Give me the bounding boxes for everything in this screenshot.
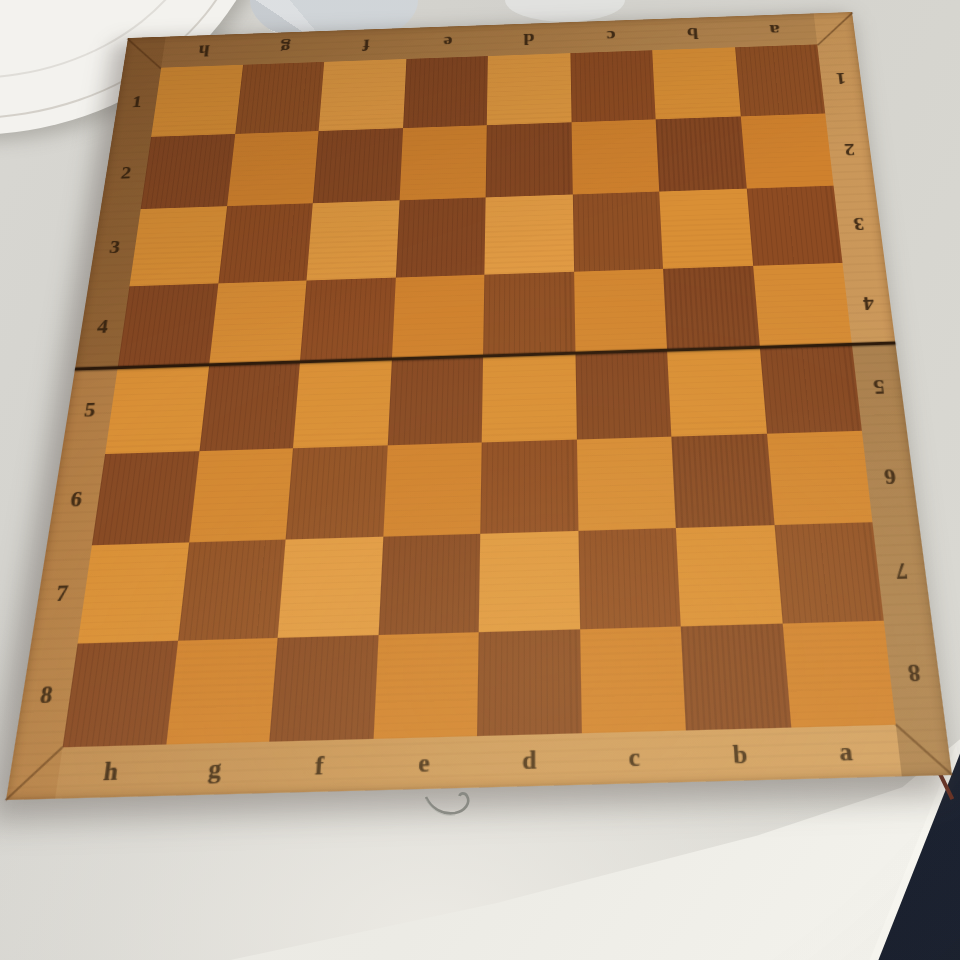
- square-c1: [570, 50, 656, 122]
- square-b4: [663, 265, 759, 349]
- square-a6: [766, 430, 872, 525]
- square-e3: [395, 197, 485, 277]
- square-f4: [300, 277, 395, 361]
- square-a5: [759, 344, 861, 433]
- square-h5: [105, 364, 209, 453]
- square-b5: [667, 347, 766, 436]
- square-f1: [319, 59, 406, 131]
- file-label-bottom-a: a: [791, 725, 902, 779]
- square-d4: [483, 271, 575, 355]
- square-f3: [307, 200, 400, 280]
- square-b3: [659, 189, 752, 269]
- square-h6: [92, 451, 199, 546]
- square-e5: [387, 356, 483, 445]
- square-d1: [487, 53, 571, 125]
- square-e8: [373, 632, 479, 739]
- square-h8: [63, 640, 178, 747]
- file-label-top-c: c: [569, 19, 652, 53]
- board-squares-grid: [63, 44, 896, 747]
- square-f5: [293, 359, 391, 448]
- square-h2: [141, 134, 235, 210]
- square-g1: [235, 62, 324, 134]
- square-b1: [652, 47, 740, 119]
- square-c6: [576, 436, 675, 531]
- miter-joint-bottom-left: [5, 746, 63, 800]
- square-c8: [580, 626, 686, 733]
- miter-joint-top-left: [127, 38, 162, 69]
- file-label-top-d: d: [488, 22, 570, 56]
- square-a2: [740, 113, 833, 189]
- square-h1: [151, 65, 242, 137]
- square-g2: [227, 131, 319, 207]
- file-label-top-h: h: [161, 34, 246, 68]
- square-h7: [78, 542, 189, 643]
- clasp-hook-icon: [424, 790, 478, 822]
- miter-joint-bottom-right: [895, 723, 953, 775]
- scene: hgfedcba hgfedcba 12345678 12345678: [0, 0, 960, 960]
- square-g5: [199, 361, 300, 450]
- square-c3: [572, 192, 663, 272]
- square-f2: [313, 128, 403, 204]
- file-label-bottom-h: h: [55, 745, 166, 799]
- file-label-bottom-f: f: [265, 739, 373, 793]
- square-g6: [189, 448, 293, 543]
- chessboard: hgfedcba hgfedcba 12345678 12345678: [6, 12, 952, 800]
- square-b6: [671, 433, 774, 528]
- file-label-bottom-c: c: [581, 730, 688, 784]
- square-d5: [482, 353, 577, 442]
- square-g7: [178, 540, 286, 641]
- file-label-top-f: f: [324, 28, 407, 62]
- square-a8: [782, 620, 896, 727]
- square-a3: [746, 186, 842, 266]
- file-label-top-a: a: [732, 13, 817, 47]
- file-label-top-b: b: [651, 16, 735, 50]
- miter-joint-top-right: [817, 12, 853, 45]
- square-g4: [209, 280, 307, 364]
- square-f7: [278, 537, 383, 638]
- square-c4: [574, 268, 667, 352]
- square-c2: [571, 119, 659, 195]
- square-f8: [269, 634, 378, 741]
- square-g8: [166, 637, 278, 744]
- chessboard-wrapper: hgfedcba hgfedcba 12345678 12345678: [6, 12, 952, 800]
- square-d7: [479, 531, 580, 632]
- square-c7: [578, 528, 681, 629]
- square-e2: [399, 125, 487, 201]
- square-d6: [480, 439, 578, 534]
- square-d2: [486, 122, 573, 198]
- square-h4: [118, 283, 218, 367]
- file-label-bottom-g: g: [160, 742, 269, 796]
- square-d8: [477, 629, 581, 736]
- file-label-top-e: e: [406, 25, 488, 59]
- square-g3: [218, 203, 313, 283]
- square-e7: [378, 534, 480, 635]
- file-label-bottom-e: e: [371, 736, 478, 790]
- square-e6: [383, 442, 482, 537]
- file-label-bottom-b: b: [686, 728, 795, 782]
- square-b8: [681, 623, 791, 730]
- square-a7: [774, 522, 884, 623]
- square-h3: [130, 206, 227, 286]
- square-e4: [391, 274, 484, 358]
- file-label-top-g: g: [243, 31, 327, 65]
- square-b7: [676, 525, 782, 626]
- file-label-bottom-d: d: [476, 733, 582, 787]
- square-a1: [735, 44, 826, 116]
- square-d3: [484, 195, 573, 275]
- square-e1: [403, 56, 488, 128]
- square-f6: [286, 445, 388, 540]
- square-c5: [575, 350, 671, 439]
- square-a4: [753, 262, 852, 346]
- square-b2: [656, 116, 747, 192]
